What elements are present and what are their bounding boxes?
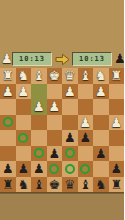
piece-white-pawn: ♟ [64, 84, 76, 99]
square[interactable]: ♟ [62, 84, 78, 100]
piece-white-pawn: ♟ [95, 84, 107, 99]
piece-black-knight: ♞ [95, 177, 107, 192]
piece-black-pawn: ♟ [110, 161, 122, 176]
square[interactable] [16, 130, 32, 146]
move-hint-ring [34, 148, 44, 158]
move-hint-ring [65, 164, 75, 174]
square[interactable]: ♝ [31, 177, 47, 193]
square[interactable]: ♞ [93, 68, 109, 84]
square[interactable] [47, 161, 63, 177]
square[interactable]: ♞ [16, 68, 32, 84]
square[interactable] [78, 146, 94, 162]
piece-black-pawn: ♟ [2, 161, 14, 176]
piece-black-king: ♚ [48, 177, 60, 192]
square[interactable]: ♜ [0, 177, 16, 193]
square[interactable]: ♞ [93, 177, 109, 193]
move-hint-ring [3, 117, 13, 127]
square[interactable] [78, 84, 94, 100]
chess-board[interactable]: ♜♞♝♚♛♝♞♜♟♟♟♟♟♟♟♟♟♟♟♟♟♟♟♟♜♞♝♚♛♝♞♜ [0, 68, 124, 193]
square[interactable] [31, 146, 47, 162]
piece-black-bishop: ♝ [79, 177, 91, 192]
square[interactable] [62, 146, 78, 162]
square[interactable]: ♝ [78, 68, 94, 84]
square[interactable] [109, 146, 125, 162]
square[interactable]: ♟ [78, 115, 94, 131]
piece-white-pawn: ♟ [17, 84, 29, 99]
move-hint-ring [65, 148, 75, 158]
square[interactable]: ♟ [16, 84, 32, 100]
square[interactable] [16, 146, 32, 162]
square[interactable] [47, 84, 63, 100]
top-area [0, 0, 124, 50]
square[interactable]: ♟ [93, 146, 109, 162]
square[interactable] [0, 130, 16, 146]
black-pawn-icon: ♟ [114, 52, 123, 66]
piece-white-bishop: ♝ [33, 68, 45, 83]
move-hint-ring [80, 164, 90, 174]
chess-app: ♟ 10:13 10:13 ♟ ♜♞♝♚♛♝♞♜♟♟♟♟♟♟♟♟♟♟♟♟♟♟♟♟… [0, 0, 124, 220]
piece-white-bishop: ♝ [79, 68, 91, 83]
piece-white-rook: ♜ [110, 68, 122, 83]
square[interactable]: ♟ [62, 130, 78, 146]
square[interactable] [47, 130, 63, 146]
square[interactable]: ♟ [93, 84, 109, 100]
piece-white-pawn: ♟ [79, 115, 91, 130]
square[interactable] [62, 115, 78, 131]
square[interactable] [78, 161, 94, 177]
piece-black-pawn: ♟ [64, 130, 76, 145]
white-clock-time: 10:13 [19, 55, 45, 63]
piece-black-pawn: ♟ [79, 130, 91, 145]
piece-white-rook: ♜ [2, 68, 14, 83]
square[interactable]: ♟ [0, 84, 16, 100]
square[interactable] [62, 161, 78, 177]
move-hint-ring [49, 164, 59, 174]
piece-white-pawn: ♟ [48, 99, 60, 114]
piece-white-king: ♚ [48, 68, 60, 83]
square[interactable]: ♝ [78, 177, 94, 193]
square[interactable] [31, 84, 47, 100]
square[interactable] [93, 161, 109, 177]
square[interactable] [62, 99, 78, 115]
square[interactable]: ♛ [62, 68, 78, 84]
square[interactable]: ♟ [31, 99, 47, 115]
square[interactable] [109, 99, 125, 115]
square[interactable] [31, 130, 47, 146]
square[interactable] [109, 130, 125, 146]
square[interactable]: ♜ [109, 177, 125, 193]
square[interactable]: ♜ [0, 68, 16, 84]
square[interactable] [16, 99, 32, 115]
square[interactable]: ♜ [109, 68, 125, 84]
square[interactable] [93, 130, 109, 146]
piece-white-pawn: ♟ [110, 115, 122, 130]
white-pawn-icon: ♟ [1, 52, 10, 66]
square[interactable]: ♟ [31, 161, 47, 177]
piece-black-bishop: ♝ [33, 177, 45, 192]
square[interactable] [78, 99, 94, 115]
piece-black-knight: ♞ [17, 177, 29, 192]
piece-black-pawn: ♟ [33, 161, 45, 176]
square[interactable]: ♛ [62, 177, 78, 193]
piece-black-pawn: ♟ [95, 146, 107, 161]
square[interactable]: ♟ [47, 99, 63, 115]
square[interactable]: ♟ [78, 130, 94, 146]
square[interactable] [0, 146, 16, 162]
square[interactable]: ♚ [47, 177, 63, 193]
piece-white-pawn: ♟ [33, 99, 45, 114]
piece-white-knight: ♞ [95, 68, 107, 83]
square[interactable] [0, 115, 16, 131]
square[interactable]: ♟ [0, 161, 16, 177]
square[interactable]: ♟ [109, 115, 125, 131]
square[interactable] [31, 115, 47, 131]
white-clock: 10:13 [12, 52, 52, 66]
piece-white-pawn: ♟ [2, 84, 14, 99]
square[interactable]: ♝ [31, 68, 47, 84]
move-hint-ring [18, 133, 28, 143]
square[interactable]: ♞ [16, 177, 32, 193]
turn-right-arrow-icon [55, 53, 70, 66]
square[interactable] [93, 99, 109, 115]
square[interactable] [109, 84, 125, 100]
square[interactable] [47, 115, 63, 131]
bottom-area [0, 193, 124, 220]
black-clock: 10:13 [72, 52, 112, 66]
piece-black-rook: ♜ [110, 177, 122, 192]
piece-black-queen: ♛ [64, 177, 76, 192]
piece-black-rook: ♜ [2, 177, 14, 192]
piece-black-pawn: ♟ [48, 146, 60, 161]
piece-white-queen: ♛ [64, 68, 76, 83]
black-clock-time: 10:13 [79, 55, 105, 63]
square[interactable]: ♟ [16, 161, 32, 177]
square[interactable] [0, 99, 16, 115]
square[interactable]: ♚ [47, 68, 63, 84]
piece-black-pawn: ♟ [17, 161, 29, 176]
square[interactable]: ♟ [47, 146, 63, 162]
square[interactable]: ♟ [109, 161, 125, 177]
square[interactable] [16, 115, 32, 131]
square[interactable] [93, 115, 109, 131]
piece-white-knight: ♞ [17, 68, 29, 83]
clock-bar: ♟ 10:13 10:13 ♟ [0, 50, 124, 68]
